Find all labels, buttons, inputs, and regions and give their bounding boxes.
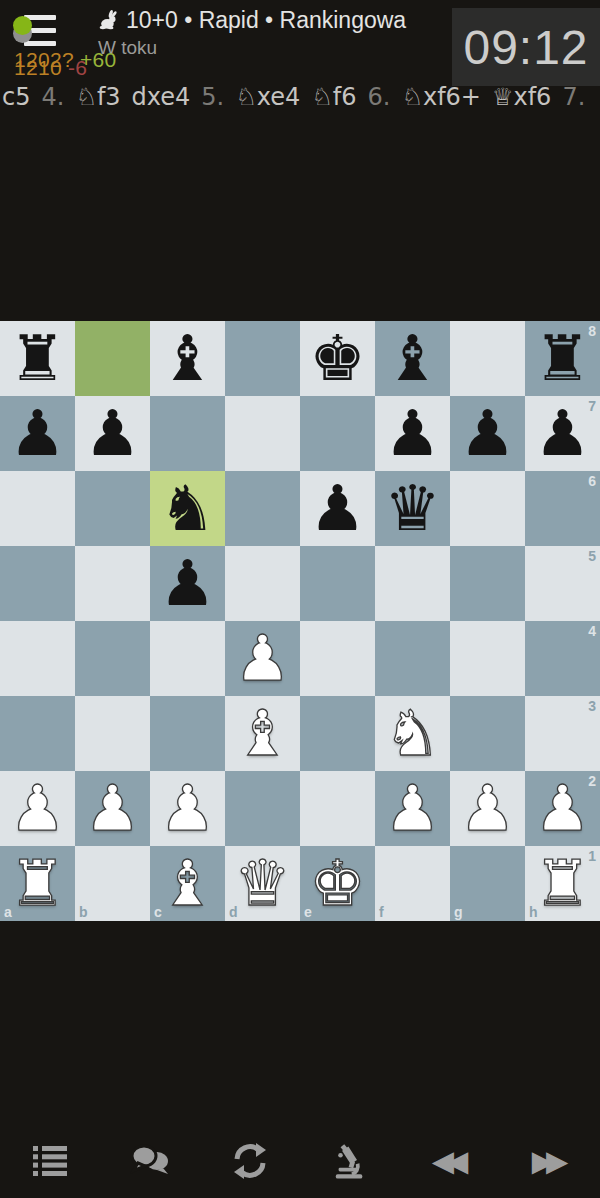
game-screen: 10+0 • Rapid • Rankingowa W toku c54.♘f3… — [0, 0, 600, 1198]
list-icon — [33, 1146, 67, 1176]
square-a2[interactable]: ♟ — [0, 771, 75, 846]
piece-black-queen[interactable]: ♛ — [375, 471, 450, 546]
forward-icon: ▶▶ — [532, 1144, 569, 1178]
square-h6[interactable]: 6 — [525, 471, 600, 546]
player-rating: 1202? — [14, 48, 74, 71]
square-f7[interactable]: ♟ — [375, 396, 450, 471]
square-d8[interactable] — [225, 321, 300, 396]
square-b1[interactable]: b — [75, 846, 150, 921]
square-g7[interactable]: ♟ — [450, 396, 525, 471]
square-b2[interactable]: ♟ — [75, 771, 150, 846]
piece-white-pawn[interactable]: ♟ — [225, 621, 300, 696]
square-g1[interactable]: g — [450, 846, 525, 921]
piece-white-rook[interactable]: ♜ — [0, 846, 75, 921]
flip-board-button[interactable] — [220, 1134, 280, 1188]
square-e2[interactable] — [300, 771, 375, 846]
piece-white-rook[interactable]: ♜ — [525, 846, 600, 921]
square-f8[interactable]: ♝ — [375, 321, 450, 396]
rank-label-4: 4 — [588, 623, 596, 639]
rating-diff: +60 — [80, 48, 117, 71]
piece-black-bishop[interactable]: ♝ — [375, 321, 450, 396]
rank-label-5: 5 — [588, 548, 596, 564]
square-c3[interactable] — [150, 696, 225, 771]
square-c5[interactable]: ♟ — [150, 546, 225, 621]
piece-white-queen[interactable]: ♛ — [225, 846, 300, 921]
chess-board[interactable]: ♜♝♚♝8♜♟♟♟♟7♟♞♟♛6♟5♟4♝♞3♟♟♟♟♟2♟a♜bc♝d♛e♚f… — [0, 321, 600, 921]
piece-black-bishop[interactable]: ♝ — [150, 321, 225, 396]
square-d1[interactable]: d♛ — [225, 846, 300, 921]
piece-white-pawn[interactable]: ♟ — [450, 771, 525, 846]
square-a6[interactable] — [0, 471, 75, 546]
square-a1[interactable]: a♜ — [0, 846, 75, 921]
piece-black-pawn[interactable]: ♟ — [75, 396, 150, 471]
square-e1[interactable]: e♚ — [300, 846, 375, 921]
square-g6[interactable] — [450, 471, 525, 546]
square-h8[interactable]: 8♜ — [525, 321, 600, 396]
file-label-f: f — [379, 904, 384, 920]
piece-white-pawn[interactable]: ♟ — [75, 771, 150, 846]
piece-black-pawn[interactable]: ♟ — [375, 396, 450, 471]
square-g4[interactable] — [450, 621, 525, 696]
square-e7[interactable] — [300, 396, 375, 471]
square-c7[interactable] — [150, 396, 225, 471]
square-b5[interactable] — [75, 546, 150, 621]
square-g8[interactable] — [450, 321, 525, 396]
square-h4[interactable]: 4 — [525, 621, 600, 696]
piece-black-rook[interactable]: ♜ — [525, 321, 600, 396]
piece-white-pawn[interactable]: ♟ — [0, 771, 75, 846]
piece-black-pawn[interactable]: ♟ — [525, 396, 600, 471]
move-list-button[interactable] — [20, 1134, 80, 1188]
square-f1[interactable]: f — [375, 846, 450, 921]
piece-black-knight[interactable]: ♞ — [150, 471, 225, 546]
piece-black-pawn[interactable]: ♟ — [450, 396, 525, 471]
piece-black-rook[interactable]: ♜ — [0, 321, 75, 396]
square-h3[interactable]: 3 — [525, 696, 600, 771]
square-a4[interactable] — [0, 621, 75, 696]
piece-white-knight[interactable]: ♞ — [375, 696, 450, 771]
white-clock: 09:12 — [452, 8, 600, 86]
chat-icon — [130, 1144, 170, 1178]
square-b3[interactable] — [75, 696, 150, 771]
square-f2[interactable]: ♟ — [375, 771, 450, 846]
square-c2[interactable]: ♟ — [150, 771, 225, 846]
square-d3[interactable]: ♝ — [225, 696, 300, 771]
square-e8[interactable]: ♚ — [300, 321, 375, 396]
square-h5[interactable]: 5 — [525, 546, 600, 621]
piece-black-pawn[interactable]: ♟ — [0, 396, 75, 471]
square-c6[interactable]: ♞ — [150, 471, 225, 546]
forward-button[interactable]: ▶▶ — [520, 1134, 580, 1188]
square-g5[interactable] — [450, 546, 525, 621]
piece-black-pawn[interactable]: ♟ — [300, 471, 375, 546]
piece-white-bishop[interactable]: ♝ — [150, 846, 225, 921]
square-f3[interactable]: ♞ — [375, 696, 450, 771]
bottom-toolbar: ◀◀ ▶▶ — [0, 1124, 600, 1198]
piece-white-pawn[interactable]: ♟ — [525, 771, 600, 846]
rank-label-6: 6 — [588, 473, 596, 489]
square-g2[interactable]: ♟ — [450, 771, 525, 846]
square-e5[interactable] — [300, 546, 375, 621]
square-b8[interactable] — [75, 321, 150, 396]
piece-white-bishop[interactable]: ♝ — [225, 696, 300, 771]
square-g3[interactable] — [450, 696, 525, 771]
square-b4[interactable] — [75, 621, 150, 696]
square-a5[interactable] — [0, 546, 75, 621]
player-status-dot — [13, 16, 32, 35]
square-d5[interactable] — [225, 546, 300, 621]
chat-button[interactable] — [120, 1134, 180, 1188]
square-e6[interactable]: ♟ — [300, 471, 375, 546]
piece-white-pawn[interactable]: ♟ — [375, 771, 450, 846]
square-d2[interactable] — [225, 771, 300, 846]
rewind-icon: ◀◀ — [432, 1144, 469, 1178]
square-h7[interactable]: 7♟ — [525, 396, 600, 471]
square-f6[interactable]: ♛ — [375, 471, 450, 546]
piece-black-king[interactable]: ♚ — [300, 321, 375, 396]
square-b6[interactable] — [75, 471, 150, 546]
square-c1[interactable]: c♝ — [150, 846, 225, 921]
microscope-icon — [331, 1142, 369, 1180]
square-d7[interactable] — [225, 396, 300, 471]
rewind-button[interactable]: ◀◀ — [420, 1134, 480, 1188]
square-d6[interactable] — [225, 471, 300, 546]
square-e3[interactable] — [300, 696, 375, 771]
square-h2[interactable]: 2♟ — [525, 771, 600, 846]
square-f4[interactable] — [375, 621, 450, 696]
square-d4[interactable]: ♟ — [225, 621, 300, 696]
rank-label-3: 3 — [588, 698, 596, 714]
analysis-button[interactable] — [320, 1134, 380, 1188]
square-c8[interactable]: ♝ — [150, 321, 225, 396]
square-a8[interactable]: ♜ — [0, 321, 75, 396]
square-a3[interactable] — [0, 696, 75, 771]
square-e4[interactable] — [300, 621, 375, 696]
square-f5[interactable] — [375, 546, 450, 621]
file-label-g: g — [454, 904, 463, 920]
cycle-arrows-icon — [231, 1142, 269, 1180]
piece-white-pawn[interactable]: ♟ — [150, 771, 225, 846]
square-b7[interactable]: ♟ — [75, 396, 150, 471]
player-bottom-white: 1202?+60 09:12 — [0, 0, 600, 100]
square-c4[interactable] — [150, 621, 225, 696]
square-a7[interactable]: ♟ — [0, 396, 75, 471]
piece-black-pawn[interactable]: ♟ — [150, 546, 225, 621]
piece-white-king[interactable]: ♚ — [300, 846, 375, 921]
file-label-b: b — [79, 904, 88, 920]
square-h1[interactable]: 1h♜ — [525, 846, 600, 921]
